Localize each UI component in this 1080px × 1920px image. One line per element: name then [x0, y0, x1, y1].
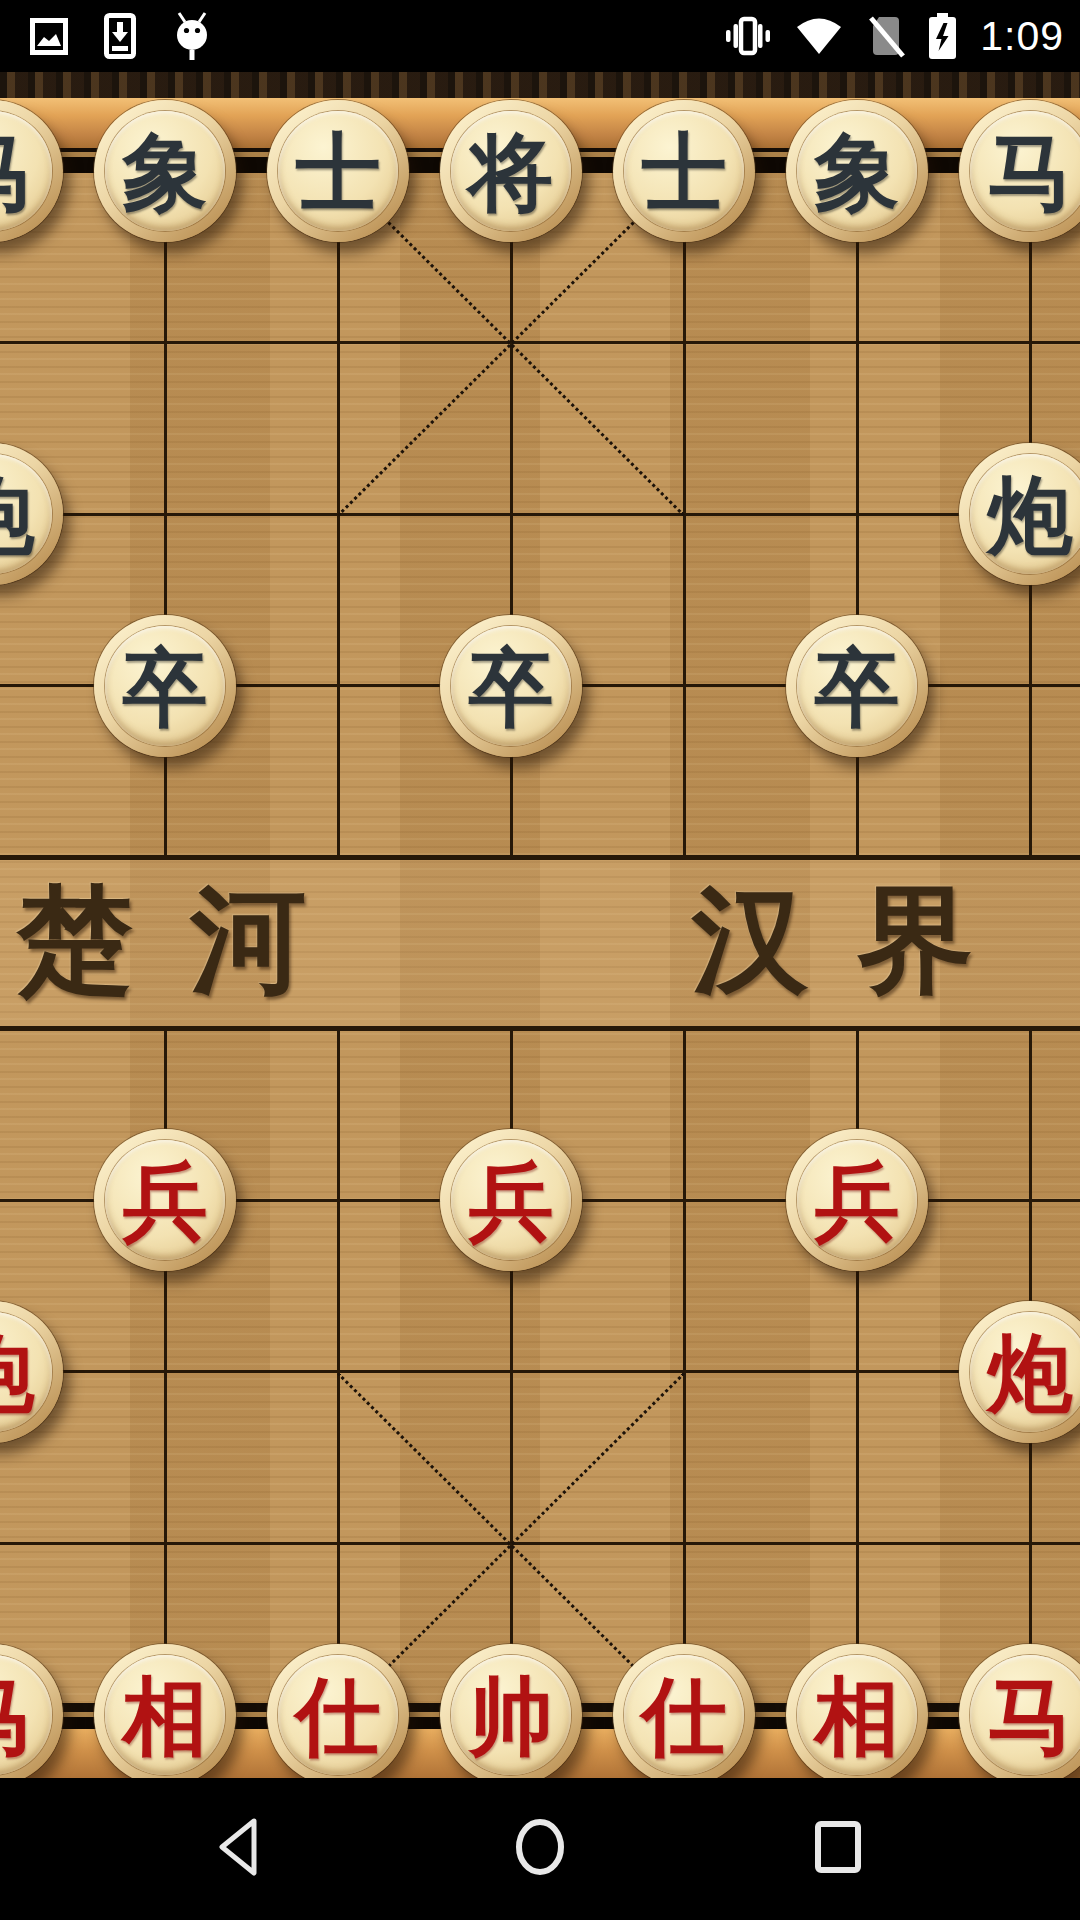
- piece-black-advisor[interactable]: 士: [613, 100, 755, 242]
- piece-glyph: 卒: [786, 615, 928, 761]
- piece-red-elephant[interactable]: 相: [786, 1644, 928, 1779]
- grid-line: [0, 855, 1080, 860]
- navigation-bar: [0, 1778, 1080, 1920]
- battery-charging-icon: [929, 13, 956, 59]
- status-bar-notifications: [30, 12, 212, 60]
- android-screen: { "game": "xiangqi", "position": { "fen"…: [0, 0, 1080, 1920]
- no-sim-icon: [867, 14, 905, 58]
- piece-red-soldier[interactable]: 兵: [440, 1129, 582, 1271]
- piece-glyph: 马: [959, 100, 1080, 246]
- piece-red-soldier[interactable]: 兵: [94, 1129, 236, 1271]
- river-label: 界: [857, 863, 973, 1019]
- piece-black-cannon[interactable]: 炮: [959, 443, 1080, 585]
- clock: 1:09: [980, 13, 1064, 60]
- piece-glyph: 卒: [440, 615, 582, 761]
- piece-black-soldier[interactable]: 卒: [94, 615, 236, 757]
- piece-black-cannon[interactable]: 炮: [0, 443, 63, 585]
- top-frame-dark-wood: [0, 72, 1080, 98]
- wifi-icon: [795, 17, 843, 55]
- piece-glyph: 兵: [94, 1129, 236, 1275]
- piece-black-elephant[interactable]: 象: [786, 100, 928, 242]
- piece-black-soldier[interactable]: 卒: [440, 615, 582, 757]
- piece-glyph: 士: [613, 100, 755, 246]
- grid-line: [0, 1026, 1080, 1031]
- status-bar: 1:09: [0, 0, 1080, 72]
- piece-glyph: 卒: [94, 615, 236, 761]
- piece-glyph: 象: [786, 100, 928, 246]
- piece-glyph: 象: [94, 100, 236, 246]
- river-label: 汉: [692, 863, 808, 1019]
- piece-black-general[interactable]: 将: [440, 100, 582, 242]
- piece-black-horse[interactable]: 马: [959, 100, 1080, 242]
- grid-line: [0, 1542, 1080, 1545]
- download-icon: [104, 13, 136, 59]
- home-button[interactable]: [511, 1816, 569, 1882]
- piece-glyph: 马: [0, 1644, 63, 1779]
- piece-glyph: 士: [267, 100, 409, 246]
- piece-glyph: 马: [959, 1644, 1080, 1779]
- piece-black-elephant[interactable]: 象: [94, 100, 236, 242]
- piece-red-elephant[interactable]: 相: [94, 1644, 236, 1779]
- piece-red-horse[interactable]: 马: [959, 1644, 1080, 1779]
- piece-glyph: 仕: [613, 1644, 755, 1779]
- river-label: 河: [190, 863, 306, 1019]
- piece-red-soldier[interactable]: 兵: [786, 1129, 928, 1271]
- recents-button[interactable]: [811, 1818, 865, 1880]
- grid-line: [0, 1370, 1080, 1373]
- river-label: 楚: [17, 863, 133, 1019]
- xiangqi-board[interactable]: 楚河汉界 马象士将士象马炮炮卒卒卒兵兵兵炮炮马相仕帅仕相马: [0, 72, 1080, 1778]
- piece-red-cannon[interactable]: 炮: [0, 1301, 63, 1443]
- piece-glyph: 炮: [959, 443, 1080, 589]
- piece-glyph: 炮: [959, 1301, 1080, 1447]
- piece-red-general[interactable]: 帅: [440, 1644, 582, 1779]
- piece-glyph: 兵: [440, 1129, 582, 1275]
- screenshot-icon: [30, 18, 68, 55]
- piece-black-advisor[interactable]: 士: [267, 100, 409, 242]
- piece-red-cannon[interactable]: 炮: [959, 1301, 1080, 1443]
- vibrate-icon: [725, 15, 771, 57]
- piece-glyph: 相: [786, 1644, 928, 1779]
- piece-glyph: 相: [94, 1644, 236, 1779]
- adb-android-icon: [172, 12, 212, 60]
- piece-black-horse[interactable]: 马: [0, 100, 63, 242]
- piece-red-advisor[interactable]: 仕: [613, 1644, 755, 1779]
- piece-glyph: 炮: [0, 443, 63, 589]
- piece-glyph: 帅: [440, 1644, 582, 1779]
- grid-line: [0, 513, 1080, 516]
- piece-black-soldier[interactable]: 卒: [786, 615, 928, 757]
- piece-glyph: 仕: [267, 1644, 409, 1779]
- piece-glyph: 马: [0, 100, 63, 246]
- grid-line: [0, 341, 1080, 344]
- piece-red-advisor[interactable]: 仕: [267, 1644, 409, 1779]
- back-button[interactable]: [209, 1814, 271, 1884]
- piece-glyph: 兵: [786, 1129, 928, 1275]
- piece-glyph: 炮: [0, 1301, 63, 1447]
- piece-red-horse[interactable]: 马: [0, 1644, 63, 1779]
- piece-glyph: 将: [440, 100, 582, 246]
- status-bar-system-icons: 1:09: [725, 13, 1064, 60]
